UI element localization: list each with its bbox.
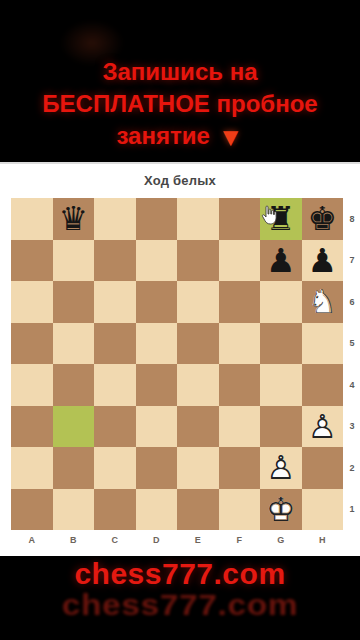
square-h5[interactable]: [302, 323, 344, 365]
square-a2[interactable]: [11, 447, 53, 489]
square-g4[interactable]: [260, 364, 302, 406]
file-label-f: F: [219, 530, 261, 546]
square-b7[interactable]: [53, 240, 95, 282]
square-d1[interactable]: [136, 489, 178, 531]
file-label-h: H: [302, 530, 344, 546]
square-f4[interactable]: [219, 364, 261, 406]
square-b8[interactable]: ♛: [53, 198, 95, 240]
square-c3[interactable]: [94, 406, 136, 448]
hand-cursor-icon: [258, 204, 278, 230]
square-a6[interactable]: [11, 281, 53, 323]
promo-banner: Запишись на БЕСПЛАТНОЕ пробное занятие▼: [0, 0, 360, 162]
square-b5[interactable]: [53, 323, 95, 365]
square-c5[interactable]: [94, 323, 136, 365]
square-d6[interactable]: [136, 281, 178, 323]
rank-label-3: 3: [345, 406, 359, 448]
square-h8[interactable]: ♚: [302, 198, 344, 240]
square-b6[interactable]: [53, 281, 95, 323]
white-pawn: ♟♙: [266, 451, 296, 484]
square-b2[interactable]: [53, 447, 95, 489]
square-f8[interactable]: [219, 198, 261, 240]
promo-text: Запишись на БЕСПЛАТНОЕ пробное занятие▼: [0, 56, 360, 153]
file-label-a: A: [11, 530, 53, 546]
square-e6[interactable]: [177, 281, 219, 323]
square-e4[interactable]: [177, 364, 219, 406]
square-c7[interactable]: [94, 240, 136, 282]
down-triangle-icon: ▼: [218, 121, 244, 153]
square-a3[interactable]: [11, 406, 53, 448]
square-g7[interactable]: ♟: [260, 240, 302, 282]
square-g3[interactable]: [260, 406, 302, 448]
promo-line-3: занятие▼: [0, 120, 360, 153]
square-b4[interactable]: [53, 364, 95, 406]
rank-label-6: 6: [345, 281, 359, 323]
square-h7[interactable]: ♟: [302, 240, 344, 282]
square-d4[interactable]: [136, 364, 178, 406]
square-f7[interactable]: [219, 240, 261, 282]
square-f1[interactable]: [219, 489, 261, 531]
square-e8[interactable]: [177, 198, 219, 240]
white-knight: ♞♘: [307, 285, 337, 318]
site-url: chess777.com: [0, 557, 360, 591]
board-area: ♛♜♚♟♟♞♘♟♙♟♙♚♔ 87654321 ABCDEFGH: [11, 198, 359, 546]
square-a5[interactable]: [11, 323, 53, 365]
square-g5[interactable]: [260, 323, 302, 365]
rank-label-8: 8: [345, 198, 359, 240]
square-d2[interactable]: [136, 447, 178, 489]
square-e7[interactable]: [177, 240, 219, 282]
black-queen: ♛: [58, 202, 88, 235]
square-d5[interactable]: [136, 323, 178, 365]
square-a4[interactable]: [11, 364, 53, 406]
rank-label-1: 1: [345, 489, 359, 531]
square-c8[interactable]: [94, 198, 136, 240]
rank-labels: 87654321: [345, 198, 359, 530]
file-label-e: E: [177, 530, 219, 546]
square-a8[interactable]: [11, 198, 53, 240]
square-c2[interactable]: [94, 447, 136, 489]
square-c4[interactable]: [94, 364, 136, 406]
square-f6[interactable]: [219, 281, 261, 323]
square-f5[interactable]: [219, 323, 261, 365]
square-c1[interactable]: [94, 489, 136, 531]
square-g8[interactable]: ♜: [260, 198, 302, 240]
square-b1[interactable]: [53, 489, 95, 531]
square-c6[interactable]: [94, 281, 136, 323]
promo-line-2: БЕСПЛАТНОЕ пробное: [0, 88, 360, 120]
square-a7[interactable]: [11, 240, 53, 282]
file-labels: ABCDEFGH: [11, 530, 343, 546]
square-g1[interactable]: ♚♔: [260, 489, 302, 531]
square-b3[interactable]: [53, 406, 95, 448]
square-d8[interactable]: [136, 198, 178, 240]
file-label-d: D: [136, 530, 178, 546]
rank-label-2: 2: [345, 447, 359, 489]
square-h6[interactable]: ♞♘: [302, 281, 344, 323]
file-label-g: G: [260, 530, 302, 546]
promo-line-1: Запишись на: [0, 56, 360, 88]
square-e5[interactable]: [177, 323, 219, 365]
file-label-b: B: [53, 530, 95, 546]
square-a1[interactable]: [11, 489, 53, 531]
turn-indicator: Ход белых: [0, 164, 360, 188]
rank-label-5: 5: [345, 323, 359, 365]
square-d7[interactable]: [136, 240, 178, 282]
board: ♛♜♚♟♟♞♘♟♙♟♙♚♔: [11, 198, 343, 530]
square-e1[interactable]: [177, 489, 219, 531]
square-f2[interactable]: [219, 447, 261, 489]
white-king: ♚♔: [266, 493, 296, 526]
square-e3[interactable]: [177, 406, 219, 448]
footer-banner: chess777.com chess777.com: [0, 556, 360, 640]
square-h1[interactable]: [302, 489, 344, 531]
rank-label-4: 4: [345, 364, 359, 406]
square-d3[interactable]: [136, 406, 178, 448]
square-h3[interactable]: ♟♙: [302, 406, 344, 448]
square-g2[interactable]: ♟♙: [260, 447, 302, 489]
square-h2[interactable]: [302, 447, 344, 489]
square-h4[interactable]: [302, 364, 344, 406]
square-e2[interactable]: [177, 447, 219, 489]
site-url-reflection: chess777.com: [0, 588, 360, 622]
black-pawn: ♟: [266, 244, 296, 277]
rank-label-7: 7: [345, 240, 359, 282]
white-pawn: ♟♙: [307, 410, 337, 443]
black-king: ♚: [307, 202, 337, 235]
file-label-c: C: [94, 530, 136, 546]
square-g6[interactable]: [260, 281, 302, 323]
game-panel: Ход белых ♛♜♚♟♟♞♘♟♙♟♙♚♔ 87654321 ABCDEFG…: [0, 162, 360, 556]
square-f3[interactable]: [219, 406, 261, 448]
black-pawn: ♟: [307, 244, 337, 277]
